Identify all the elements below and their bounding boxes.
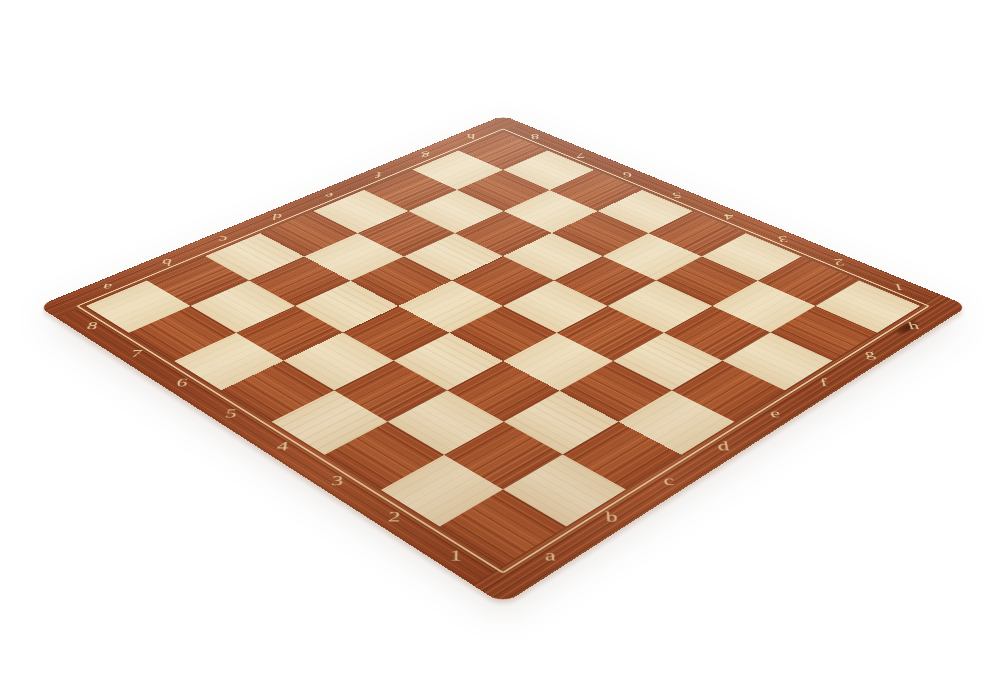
playing-area	[86, 132, 920, 566]
chess-board: aa88bb77cc66dd55ee44ff33gg22hh11	[38, 115, 969, 604]
product-photo-background: aa88bb77cc66dd55ee44ff33gg22hh11	[0, 0, 1000, 700]
board-shadow: aa88bb77cc66dd55ee44ff33gg22hh11	[0, 0, 1000, 700]
